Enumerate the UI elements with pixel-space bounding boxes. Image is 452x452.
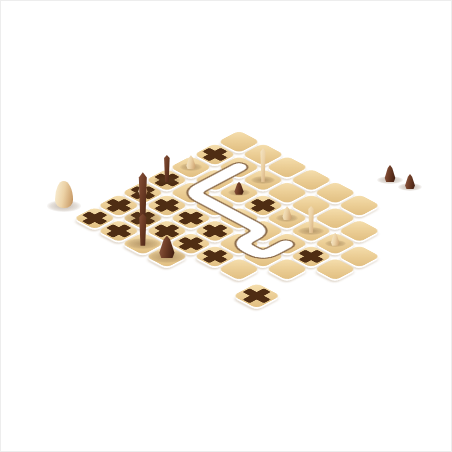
dark-cone-body <box>383 165 397 182</box>
dark-obelisk-body <box>134 214 152 246</box>
light-obelisk-body <box>304 206 318 233</box>
light-small-cone-2-piece[interactable] <box>281 206 293 220</box>
dark-cone-body <box>157 235 177 258</box>
dark-chunky-cone-piece[interactable] <box>157 235 177 258</box>
dark-small-cone-off-2-piece[interactable] <box>404 174 417 189</box>
light-cone-body <box>185 155 197 169</box>
dark-cone-body <box>233 182 245 195</box>
dark-medium-obelisk-1-piece[interactable] <box>160 155 174 182</box>
dark-obelisk-body <box>160 155 174 182</box>
dark-small-cone-off-1-piece[interactable] <box>383 165 397 182</box>
light-bullet-body <box>55 181 73 208</box>
light-obelisk-body <box>257 148 270 182</box>
light-medium-obelisk-piece[interactable] <box>304 206 318 233</box>
light-cone-body <box>281 206 293 220</box>
light-bullet-pawn-piece[interactable] <box>55 181 73 208</box>
dark-cone-body <box>404 174 417 189</box>
light-cone-body <box>330 233 341 246</box>
dark-medium-obelisk-2-piece[interactable] <box>134 214 152 246</box>
light-small-cone-3-piece[interactable] <box>330 233 341 246</box>
light-tall-obelisk-piece[interactable] <box>257 148 270 182</box>
game-board <box>47 129 432 333</box>
product-photo-canvas <box>0 0 452 452</box>
light-small-cone-1-piece[interactable] <box>185 155 197 169</box>
path-ribbon <box>47 129 432 333</box>
dark-small-cone-piece[interactable] <box>233 182 245 195</box>
